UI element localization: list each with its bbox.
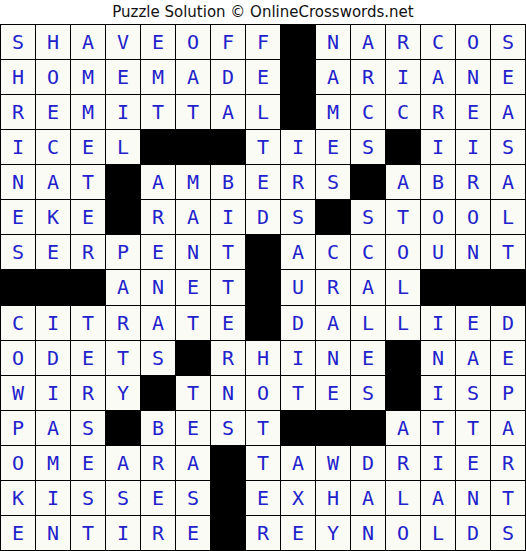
grid-cell: R — [141, 200, 175, 234]
grid-cell: I — [421, 446, 455, 480]
black-cell — [386, 376, 420, 410]
grid-cell: I — [1, 130, 35, 164]
grid-cell: O — [456, 25, 490, 59]
grid-cell: S — [491, 25, 525, 59]
grid-cell: A — [456, 341, 490, 375]
black-cell — [141, 130, 175, 164]
grid-cell: O — [456, 200, 490, 234]
black-cell — [211, 130, 245, 164]
grid-cell: E — [36, 235, 70, 269]
grid-cell: I — [281, 341, 315, 375]
grid-cell: D — [491, 306, 525, 340]
grid-cell: A — [176, 200, 210, 234]
grid-cell: C — [421, 25, 455, 59]
grid-cell: E — [456, 95, 490, 129]
grid-cell: D — [456, 516, 490, 550]
grid-cell: S — [316, 165, 350, 199]
grid-cell: T — [456, 411, 490, 445]
grid-cell: Y — [106, 376, 140, 410]
grid-cell: S — [491, 130, 525, 164]
black-cell — [1, 270, 35, 304]
grid-cell: R — [316, 270, 350, 304]
grid-cell: N — [36, 516, 70, 550]
grid-cell: T — [106, 341, 140, 375]
grid-cell: I — [421, 130, 455, 164]
grid-cell: W — [316, 446, 350, 480]
grid-cell: H — [36, 25, 70, 59]
black-cell — [176, 130, 210, 164]
grid-cell: S — [176, 481, 210, 515]
grid-cell: R — [71, 235, 105, 269]
grid-cell: E — [71, 200, 105, 234]
grid-cell: T — [211, 235, 245, 269]
grid-cell: N — [456, 60, 490, 94]
puzzle-solution-page: Puzzle Solution © OnlineCrosswords.net S… — [0, 0, 526, 551]
grid-cell: N — [351, 516, 385, 550]
grid-cell: L — [421, 516, 455, 550]
grid-cell: O — [386, 235, 420, 269]
grid-cell: A — [71, 25, 105, 59]
grid-cell: T — [281, 376, 315, 410]
black-cell — [456, 270, 490, 304]
grid-cell: T — [211, 270, 245, 304]
grid-cell: R — [386, 446, 420, 480]
grid-cell: A — [176, 60, 210, 94]
grid-cell: L — [106, 130, 140, 164]
black-cell — [281, 25, 315, 59]
grid-cell: M — [71, 60, 105, 94]
grid-cell: M — [71, 95, 105, 129]
grid-cell: R — [211, 341, 245, 375]
grid-cell: A — [176, 446, 210, 480]
grid-cell: Y — [316, 516, 350, 550]
grid-cell: N — [1, 165, 35, 199]
grid-cell: F — [211, 25, 245, 59]
black-cell — [246, 306, 280, 340]
grid-cell: R — [246, 516, 280, 550]
grid-cell: A — [351, 481, 385, 515]
grid-cell: A — [386, 411, 420, 445]
grid-cell: M — [176, 165, 210, 199]
grid-cell: S — [351, 200, 385, 234]
grid-cell: O — [386, 516, 420, 550]
grid-cell: T — [176, 95, 210, 129]
grid-cell: C — [36, 130, 70, 164]
grid-cell: E — [351, 341, 385, 375]
grid-cell: F — [246, 25, 280, 59]
grid-cell: A — [141, 306, 175, 340]
black-cell — [211, 516, 245, 550]
grid-cell: R — [351, 60, 385, 94]
grid-cell: L — [386, 306, 420, 340]
grid-cell: A — [141, 165, 175, 199]
grid-cell: E — [176, 270, 210, 304]
grid-cell: T — [176, 376, 210, 410]
grid-cell: S — [141, 341, 175, 375]
grid-cell: E — [141, 235, 175, 269]
grid-cell: E — [491, 341, 525, 375]
grid-cell: M — [36, 446, 70, 480]
grid-cell: K — [1, 481, 35, 515]
black-cell — [141, 376, 175, 410]
crossword-grid: SHAVEOFFNARCOSHOMEMADEARIANEREMITTALMCCR… — [0, 24, 526, 551]
grid-cell: R — [456, 165, 490, 199]
grid-cell: D — [351, 446, 385, 480]
grid-cell: P — [491, 376, 525, 410]
grid-cell: T — [176, 306, 210, 340]
grid-cell: A — [281, 446, 315, 480]
grid-cell: I — [106, 516, 140, 550]
grid-cell: N — [316, 341, 350, 375]
grid-cell: V — [106, 25, 140, 59]
grid-cell: H — [1, 60, 35, 94]
grid-cell: E — [316, 130, 350, 164]
grid-cell: S — [71, 411, 105, 445]
grid-cell: E — [71, 341, 105, 375]
grid-cell: S — [281, 200, 315, 234]
grid-cell: E — [176, 411, 210, 445]
grid-cell: I — [211, 200, 245, 234]
grid-cell: T — [71, 165, 105, 199]
grid-cell: C — [351, 235, 385, 269]
black-cell — [351, 411, 385, 445]
grid-cell: A — [36, 165, 70, 199]
black-cell — [316, 411, 350, 445]
black-cell — [491, 270, 525, 304]
grid-cell: E — [246, 165, 280, 199]
grid-cell: D — [211, 60, 245, 94]
grid-cell: K — [36, 200, 70, 234]
black-cell — [281, 95, 315, 129]
grid-cell: C — [386, 95, 420, 129]
grid-cell: N — [211, 376, 245, 410]
grid-cell: A — [351, 270, 385, 304]
grid-cell: T — [71, 306, 105, 340]
grid-cell: L — [351, 306, 385, 340]
grid-cell: A — [316, 60, 350, 94]
grid-cell: O — [421, 200, 455, 234]
grid-cell: E — [491, 60, 525, 94]
grid-cell: E — [106, 60, 140, 94]
grid-cell: T — [246, 130, 280, 164]
grid-cell: O — [1, 341, 35, 375]
grid-cell: I — [36, 306, 70, 340]
grid-cell: S — [71, 481, 105, 515]
black-cell — [211, 481, 245, 515]
black-cell — [351, 165, 385, 199]
grid-cell: N — [141, 270, 175, 304]
black-cell — [281, 411, 315, 445]
grid-cell: N — [456, 235, 490, 269]
grid-cell: B — [211, 165, 245, 199]
grid-cell: E — [456, 306, 490, 340]
grid-cell: X — [281, 481, 315, 515]
grid-cell: H — [316, 481, 350, 515]
grid-cell: E — [141, 25, 175, 59]
black-cell — [176, 341, 210, 375]
grid-cell: A — [211, 95, 245, 129]
grid-cell: I — [386, 60, 420, 94]
grid-cell: I — [421, 376, 455, 410]
black-cell — [106, 411, 140, 445]
grid-cell: I — [456, 130, 490, 164]
grid-cell: E — [36, 95, 70, 129]
grid-cell: A — [316, 306, 350, 340]
grid-cell: S — [491, 516, 525, 550]
grid-cell: C — [316, 235, 350, 269]
grid-cell: P — [1, 411, 35, 445]
grid-cell: A — [351, 25, 385, 59]
grid-cell: T — [71, 516, 105, 550]
grid-cell: A — [281, 235, 315, 269]
grid-cell: T — [491, 481, 525, 515]
grid-cell: D — [281, 306, 315, 340]
grid-cell: O — [1, 446, 35, 480]
grid-cell: R — [1, 95, 35, 129]
grid-cell: M — [316, 95, 350, 129]
grid-cell: C — [1, 306, 35, 340]
grid-cell: R — [141, 516, 175, 550]
grid-cell: E — [316, 376, 350, 410]
grid-cell: S — [1, 235, 35, 269]
grid-cell: E — [246, 481, 280, 515]
grid-cell: T — [246, 446, 280, 480]
grid-cell: R — [141, 446, 175, 480]
grid-cell: R — [491, 446, 525, 480]
grid-cell: W — [1, 376, 35, 410]
grid-cell: H — [246, 341, 280, 375]
grid-cell: R — [71, 376, 105, 410]
grid-cell: S — [351, 130, 385, 164]
grid-cell: E — [141, 481, 175, 515]
grid-cell: E — [71, 130, 105, 164]
grid-cell: U — [281, 270, 315, 304]
black-cell — [246, 235, 280, 269]
grid-cell: O — [246, 376, 280, 410]
grid-cell: T — [141, 95, 175, 129]
grid-cell: T — [246, 411, 280, 445]
grid-cell: T — [386, 200, 420, 234]
grid-cell: D — [36, 341, 70, 375]
grid-cell: R — [106, 306, 140, 340]
grid-cell: O — [176, 25, 210, 59]
grid-cell: R — [421, 95, 455, 129]
grid-cell: L — [386, 270, 420, 304]
grid-cell: E — [176, 516, 210, 550]
grid-cell: T — [421, 411, 455, 445]
grid-cell: E — [71, 446, 105, 480]
grid-cell: A — [491, 165, 525, 199]
grid-cell: A — [106, 446, 140, 480]
grid-cell: N — [316, 25, 350, 59]
grid-cell: I — [106, 95, 140, 129]
black-cell — [211, 446, 245, 480]
black-cell — [246, 270, 280, 304]
grid-cell: R — [386, 25, 420, 59]
grid-cell: I — [421, 306, 455, 340]
grid-cell: E — [246, 60, 280, 94]
black-cell — [386, 130, 420, 164]
grid-cell: E — [211, 306, 245, 340]
grid-cell: E — [1, 516, 35, 550]
grid-cell: N — [176, 235, 210, 269]
grid-cell: L — [246, 95, 280, 129]
grid-cell: D — [246, 200, 280, 234]
grid-cell: B — [141, 411, 175, 445]
grid-cell: N — [421, 341, 455, 375]
black-cell — [421, 270, 455, 304]
grid-cell: I — [281, 130, 315, 164]
grid-cell: T — [491, 235, 525, 269]
grid-cell: B — [421, 165, 455, 199]
page-title: Puzzle Solution © OnlineCrosswords.net — [0, 0, 526, 24]
grid-cell: C — [351, 95, 385, 129]
black-cell — [281, 60, 315, 94]
grid-cell: A — [36, 411, 70, 445]
grid-cell: M — [141, 60, 175, 94]
grid-cell: A — [421, 60, 455, 94]
grid-cell: L — [386, 481, 420, 515]
grid-cell: A — [386, 165, 420, 199]
grid-cell: S — [211, 411, 245, 445]
black-cell — [386, 341, 420, 375]
grid-cell: S — [351, 376, 385, 410]
grid-cell: I — [36, 376, 70, 410]
grid-cell: S — [456, 376, 490, 410]
grid-cell: I — [36, 481, 70, 515]
grid-cell: R — [281, 165, 315, 199]
grid-cell: P — [106, 235, 140, 269]
grid-cell: E — [281, 516, 315, 550]
grid-cell: E — [1, 200, 35, 234]
grid-cell: O — [36, 60, 70, 94]
grid-cell: L — [491, 200, 525, 234]
black-cell — [71, 270, 105, 304]
grid-cell: U — [421, 235, 455, 269]
grid-cell: A — [491, 411, 525, 445]
grid-cell: S — [106, 481, 140, 515]
grid-cell: A — [106, 270, 140, 304]
black-cell — [316, 200, 350, 234]
grid-cell: E — [456, 446, 490, 480]
grid-cell: A — [491, 95, 525, 129]
grid-cell: S — [1, 25, 35, 59]
grid-cell: N — [456, 481, 490, 515]
black-cell — [36, 270, 70, 304]
black-cell — [106, 200, 140, 234]
black-cell — [106, 165, 140, 199]
grid-cell: A — [421, 481, 455, 515]
